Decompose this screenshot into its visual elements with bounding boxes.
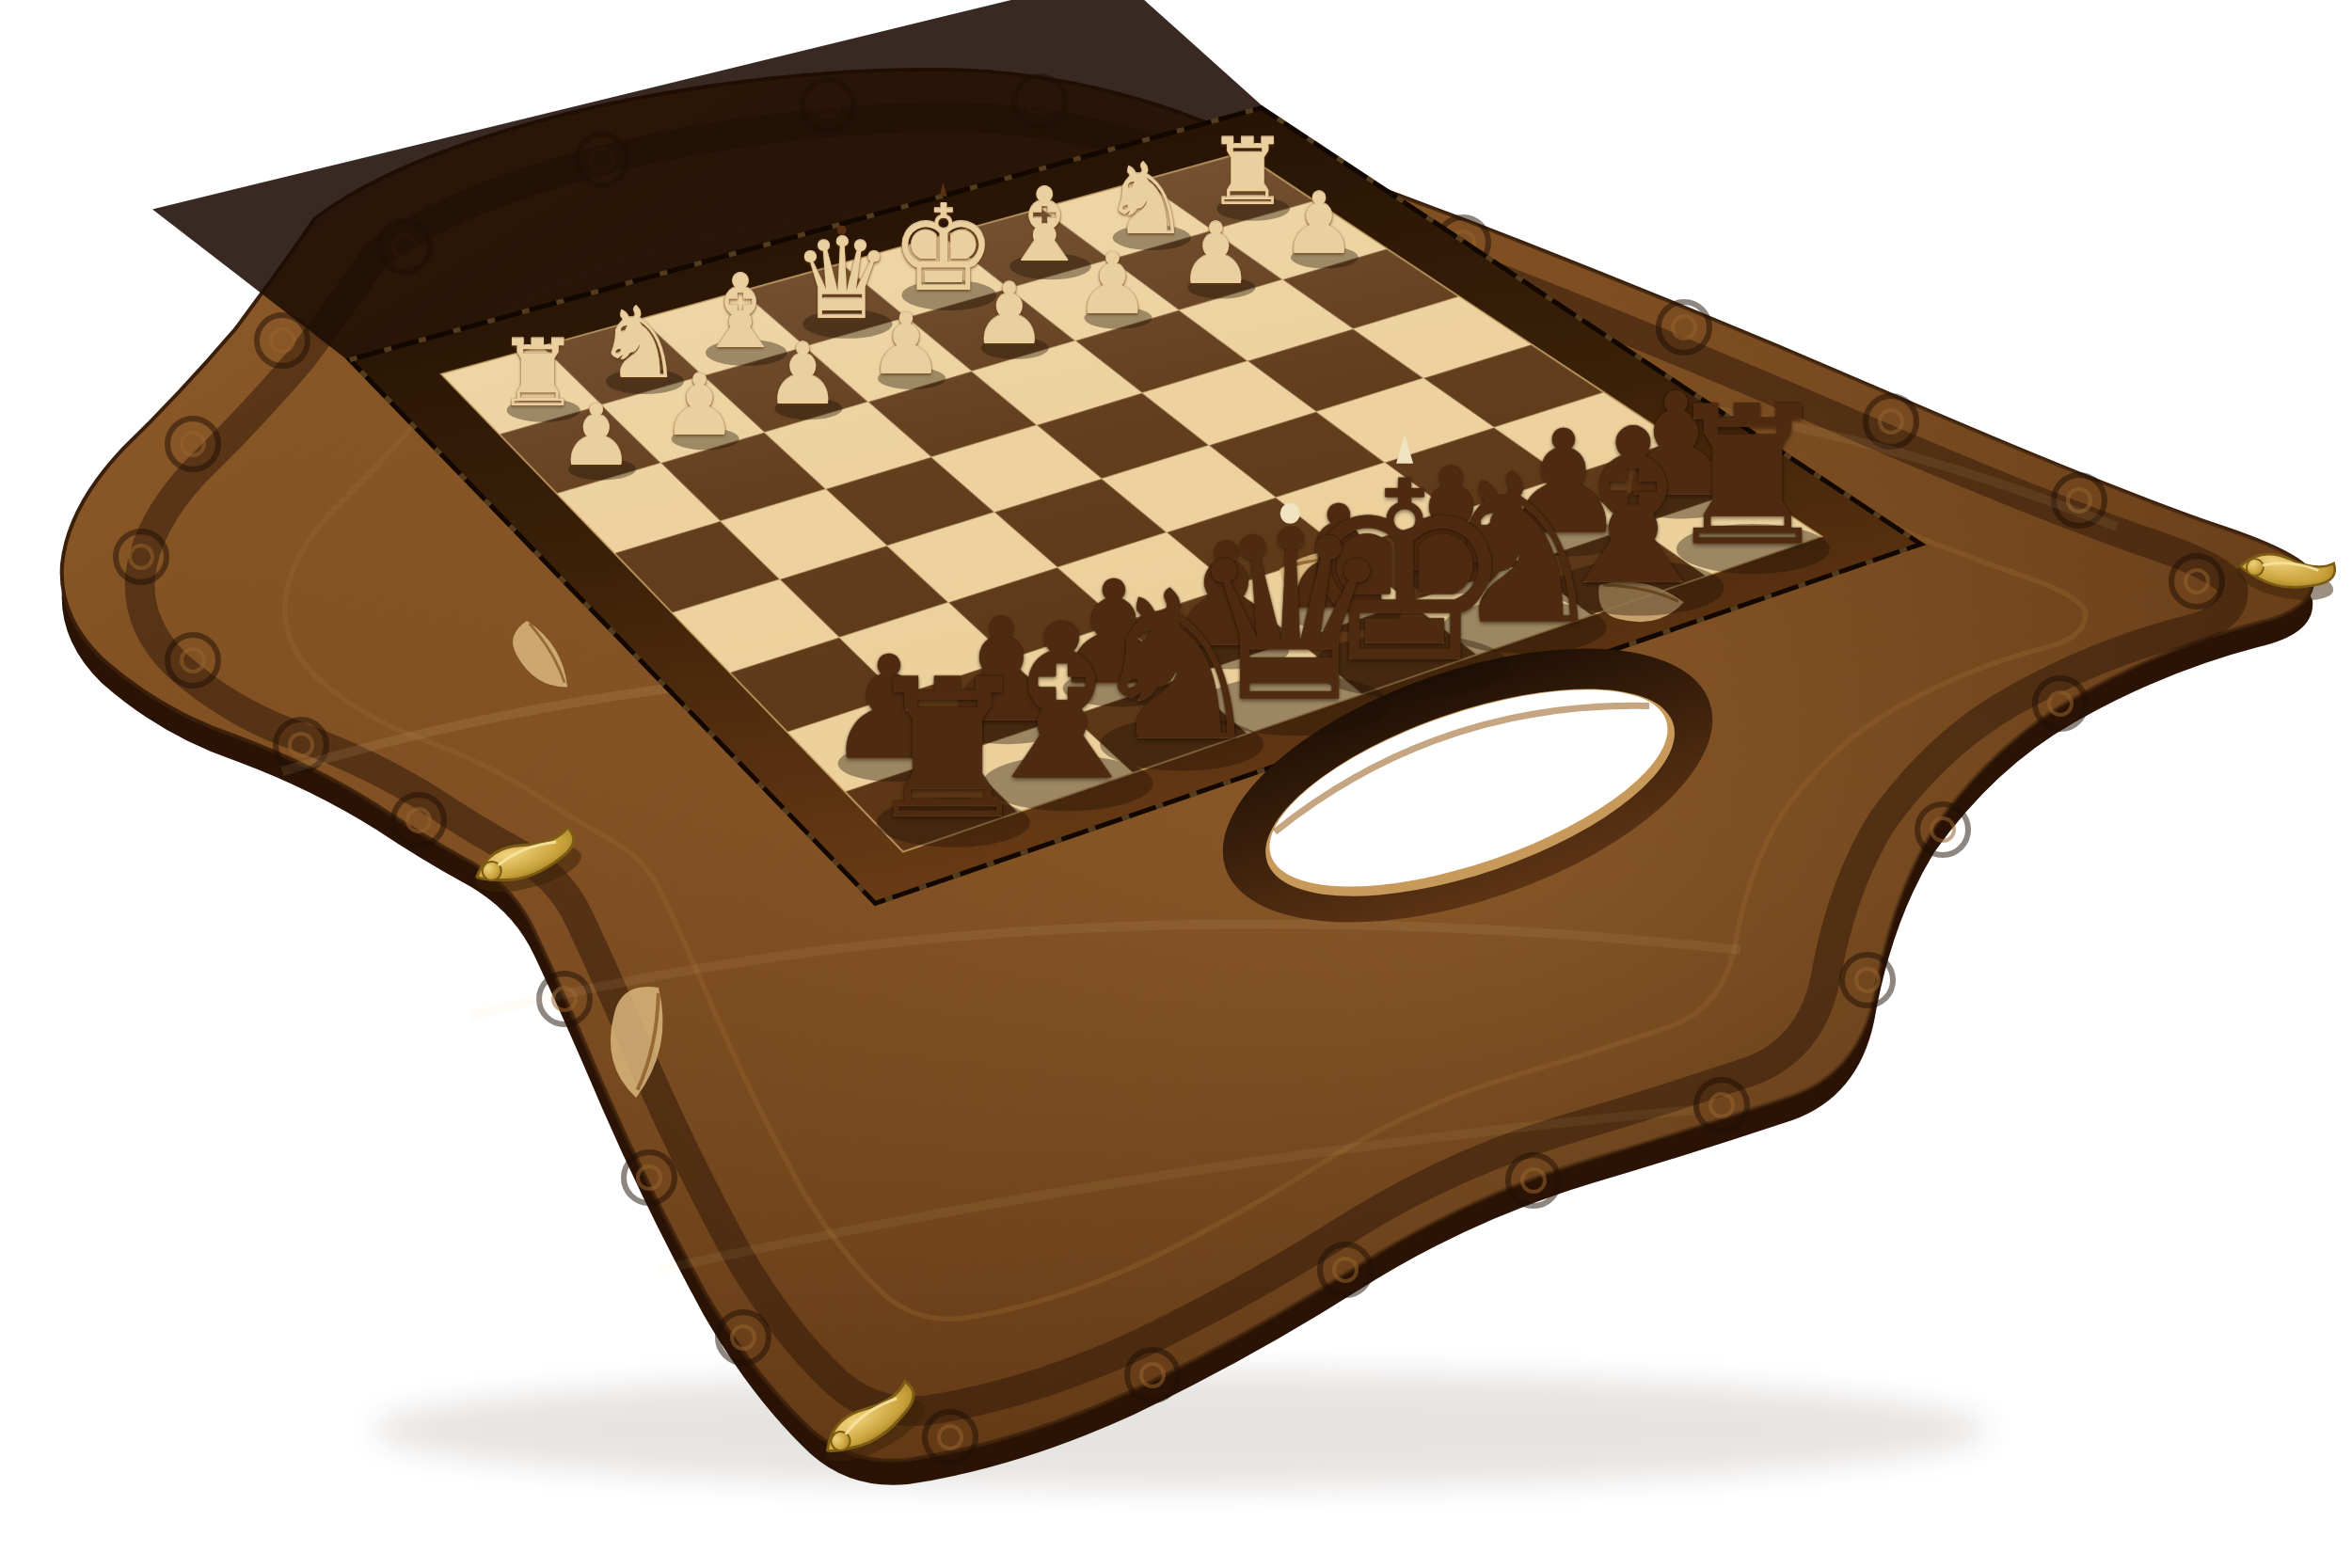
piece-light-pawn-h7[interactable]: ♟	[1281, 181, 1358, 265]
piece-dark-rook-a1[interactable]: ♜	[862, 654, 1034, 846]
piece-light-pawn-b7[interactable]: ♟	[661, 362, 738, 447]
piece-light-pawn-a7[interactable]: ♟	[559, 392, 635, 477]
queen-ball-finial	[1280, 503, 1300, 523]
piece-light-pawn-f7[interactable]: ♟	[1074, 242, 1151, 326]
queen-ball-finial	[837, 226, 847, 235]
piece-light-pawn-d7[interactable]: ♟	[868, 302, 945, 387]
king-spike-finial	[940, 182, 947, 197]
product-photo-scene: Hand-carved wooden chess and backgammon …	[0, 0, 2352, 1568]
piece-light-pawn-e7[interactable]: ♟	[971, 272, 1047, 356]
king-spike-finial	[1396, 435, 1413, 464]
piece-light-pawn-c7[interactable]: ♟	[765, 332, 841, 417]
chessmen-layer: ♜♞♝♛♚♝♞♜♟♟♟♟♟♟♟♟♟♟♟♟♟♟♟♟♜♝♞♛♚♞♝♜	[0, 0, 2352, 1568]
piece-light-pawn-g7[interactable]: ♟	[1178, 211, 1254, 295]
